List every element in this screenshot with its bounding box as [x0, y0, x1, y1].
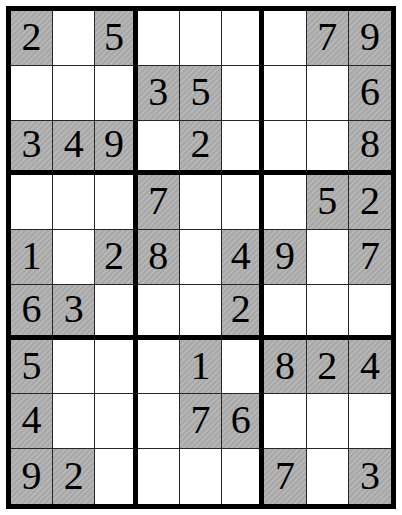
cell-r8c9[interactable] — [349, 394, 391, 449]
sudoku-board: 257935634928752128497632518244769273 — [6, 6, 396, 509]
cell-r3c1: 3 — [11, 121, 53, 176]
cell-r9c8[interactable] — [307, 449, 349, 504]
cell-r7c4[interactable] — [138, 340, 180, 395]
cell-r1c6[interactable] — [222, 11, 264, 66]
cell-r4c5[interactable] — [180, 175, 222, 230]
cell-r6c9[interactable] — [349, 285, 391, 340]
cell-r3c5: 2 — [180, 121, 222, 176]
cell-r8c4[interactable] — [138, 394, 180, 449]
cell-r5c2[interactable] — [53, 230, 95, 285]
cell-r8c1: 4 — [11, 394, 53, 449]
cell-r7c2[interactable] — [53, 340, 95, 395]
cell-r6c1: 6 — [11, 285, 53, 340]
cell-r8c7[interactable] — [264, 394, 306, 449]
cell-r6c3[interactable] — [95, 285, 137, 340]
cell-r6c8[interactable] — [307, 285, 349, 340]
cell-r1c8: 7 — [307, 11, 349, 66]
cell-r1c5[interactable] — [180, 11, 222, 66]
cell-r7c7: 8 — [264, 340, 306, 395]
cell-r4c1[interactable] — [11, 175, 53, 230]
cell-r2c9: 6 — [349, 66, 391, 121]
cell-r9c3[interactable] — [95, 449, 137, 504]
cell-r2c3[interactable] — [95, 66, 137, 121]
cell-r6c5[interactable] — [180, 285, 222, 340]
cell-r4c7[interactable] — [264, 175, 306, 230]
cell-r8c3[interactable] — [95, 394, 137, 449]
cell-r5c4: 8 — [138, 230, 180, 285]
cell-r5c5[interactable] — [180, 230, 222, 285]
cell-r8c8[interactable] — [307, 394, 349, 449]
cell-r1c2[interactable] — [53, 11, 95, 66]
cell-r9c7: 7 — [264, 449, 306, 504]
cell-r3c9: 8 — [349, 121, 391, 176]
cell-r5c3: 2 — [95, 230, 137, 285]
cell-r5c1: 1 — [11, 230, 53, 285]
cell-r4c4: 7 — [138, 175, 180, 230]
cell-r8c6: 6 — [222, 394, 264, 449]
cell-r8c5: 7 — [180, 394, 222, 449]
cell-r2c2[interactable] — [53, 66, 95, 121]
sudoku-page: 257935634928752128497632518244769273 — [0, 0, 402, 515]
cell-r6c4[interactable] — [138, 285, 180, 340]
cell-r7c8: 2 — [307, 340, 349, 395]
cell-r3c4[interactable] — [138, 121, 180, 176]
cell-r3c3: 9 — [95, 121, 137, 176]
cell-r1c1: 2 — [11, 11, 53, 66]
cell-r9c2: 2 — [53, 449, 95, 504]
cell-r4c8: 5 — [307, 175, 349, 230]
cell-r2c5: 5 — [180, 66, 222, 121]
cell-r7c9: 4 — [349, 340, 391, 395]
cell-r5c8[interactable] — [307, 230, 349, 285]
cell-r5c6: 4 — [222, 230, 264, 285]
cell-r2c6[interactable] — [222, 66, 264, 121]
cell-r2c8[interactable] — [307, 66, 349, 121]
cell-r7c3[interactable] — [95, 340, 137, 395]
cell-r1c9: 9 — [349, 11, 391, 66]
cell-r3c8[interactable] — [307, 121, 349, 176]
cell-r3c6[interactable] — [222, 121, 264, 176]
cell-r5c9: 7 — [349, 230, 391, 285]
cell-r3c2: 4 — [53, 121, 95, 176]
cell-r2c4: 3 — [138, 66, 180, 121]
cell-r5c7: 9 — [264, 230, 306, 285]
cell-r7c1: 5 — [11, 340, 53, 395]
cell-r9c6[interactable] — [222, 449, 264, 504]
cell-r8c2[interactable] — [53, 394, 95, 449]
cell-r9c1: 9 — [11, 449, 53, 504]
cell-r9c4[interactable] — [138, 449, 180, 504]
cell-r3c7[interactable] — [264, 121, 306, 176]
cell-r2c7[interactable] — [264, 66, 306, 121]
cell-r4c2[interactable] — [53, 175, 95, 230]
cell-r9c9: 3 — [349, 449, 391, 504]
cell-r4c3[interactable] — [95, 175, 137, 230]
cell-r6c6: 2 — [222, 285, 264, 340]
cell-r7c6[interactable] — [222, 340, 264, 395]
cell-r6c2: 3 — [53, 285, 95, 340]
cell-r4c6[interactable] — [222, 175, 264, 230]
cell-r1c3: 5 — [95, 11, 137, 66]
cell-r4c9: 2 — [349, 175, 391, 230]
cell-r6c7[interactable] — [264, 285, 306, 340]
cell-r1c4[interactable] — [138, 11, 180, 66]
cell-r7c5: 1 — [180, 340, 222, 395]
cell-r9c5[interactable] — [180, 449, 222, 504]
cell-r1c7[interactable] — [264, 11, 306, 66]
cell-r2c1[interactable] — [11, 66, 53, 121]
